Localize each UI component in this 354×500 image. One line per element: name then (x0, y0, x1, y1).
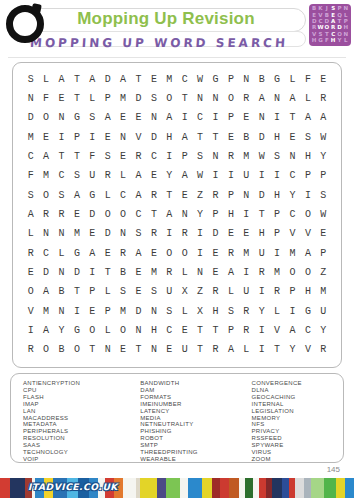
grid-cell: M (115, 89, 130, 108)
grid-cell: A (285, 321, 300, 340)
grid-cell: S (146, 89, 161, 108)
grid-cell: N (146, 109, 161, 128)
grid-cell: T (69, 70, 84, 89)
grid-cell: D (254, 186, 269, 205)
grid-cell: G (69, 109, 84, 128)
grid-cell: R (316, 89, 331, 108)
grid-cell: E (115, 341, 130, 360)
grid-cell: U (85, 167, 100, 186)
grid-cell: W (316, 205, 331, 224)
grid-cell: S (85, 109, 100, 128)
grid-cell: H (223, 205, 238, 224)
grid-cell: M (38, 167, 53, 186)
grid-cell: R (23, 244, 38, 263)
word-list-item: MEDIA (140, 415, 251, 422)
grid-cell: R (316, 341, 331, 360)
grid-cell: I (85, 263, 100, 282)
grid-cell: I (254, 283, 269, 302)
grid-cell: I (23, 321, 38, 340)
grid-cell: R (239, 89, 254, 108)
grid-cell: I (85, 128, 100, 147)
grid-cell: T (69, 147, 84, 166)
grid-cell: O (300, 263, 315, 282)
word-list-item: NFS (252, 421, 343, 428)
word-list-item: CONVERGENCE (252, 380, 343, 387)
word-list-item: ROBOT (140, 435, 251, 442)
grid-cell: E (38, 128, 53, 147)
grid-cell: Y (285, 341, 300, 360)
grid-cell: P (208, 205, 223, 224)
grid-cell: E (115, 147, 130, 166)
grid-cell: T (131, 70, 146, 89)
grid-cell: A (100, 109, 115, 128)
grid-cell: C (285, 167, 300, 186)
grid-cell: A (254, 89, 269, 108)
header-divider (8, 57, 346, 58)
grid-cell: B (239, 128, 254, 147)
grid-cell: U (239, 167, 254, 186)
grid-cell: T (131, 341, 146, 360)
grid-cell: B (115, 263, 130, 282)
grid-cell: C (162, 321, 177, 340)
grid-cell: R (208, 186, 223, 205)
grid-cell: C (54, 167, 69, 186)
grid-cell: M (115, 302, 130, 321)
grid-cell: N (54, 109, 69, 128)
grid-cell: H (300, 283, 315, 302)
grid-cell: Y (316, 321, 331, 340)
grid-cell: R (223, 244, 238, 263)
grid-cell: L (223, 283, 238, 302)
grid-cell: E (239, 109, 254, 128)
grid-cell: L (100, 321, 115, 340)
stripe-segment (295, 478, 304, 498)
wordsearch-grid: SLATADATEMCWGPNBGLFENFETLPMDSOTNNORANALR… (23, 70, 331, 360)
logo-grid-letter: L (343, 38, 349, 44)
grid-cell: R (208, 341, 223, 360)
grid-cell: V (285, 225, 300, 244)
grid-cell: A (85, 70, 100, 89)
word-list-column: ANTIENCRYPTIONCPUFLASHIMAPLANMACADDRESSM… (23, 380, 140, 462)
grid-cell: H (269, 186, 284, 205)
grid-cell: E (85, 225, 100, 244)
grid-cell: R (269, 283, 284, 302)
grid-cell: G (208, 70, 223, 89)
grid-cell: N (285, 147, 300, 166)
grid-cell: S (162, 302, 177, 321)
grid-cell: N (115, 225, 130, 244)
grid-cell: C (177, 70, 192, 89)
grid-cell: R (177, 225, 192, 244)
grid-cell: M (316, 283, 331, 302)
grid-cell: M (162, 70, 177, 89)
grid-cell: P (285, 283, 300, 302)
grid-cell: N (146, 341, 161, 360)
word-list-item: WEARABLE (140, 456, 251, 463)
grid-cell: P (269, 205, 284, 224)
word-list-item: THREEDPRINTING (140, 449, 251, 456)
grid-cell: A (54, 70, 69, 89)
grid-cell: O (285, 263, 300, 282)
grid-cell: T (69, 283, 84, 302)
grid-cell: E (146, 167, 161, 186)
word-list-item: SPYWARE (252, 442, 343, 449)
grid-cell: N (131, 321, 146, 340)
grid-cell: N (146, 302, 161, 321)
stripe-segment (140, 478, 157, 498)
grid-cell: G (300, 302, 315, 321)
grid-cell: O (177, 244, 192, 263)
grid-cell: P (269, 225, 284, 244)
grid-cell: R (54, 205, 69, 224)
grid-cell: M (23, 128, 38, 147)
grid-cell: L (23, 225, 38, 244)
word-list-item: VOIP (23, 456, 140, 463)
grid-cell: P (316, 244, 331, 263)
grid-cell: U (254, 244, 269, 263)
grid-cell: I (54, 128, 69, 147)
grid-cell: N (239, 70, 254, 89)
grid-cell: Z (192, 283, 207, 302)
word-list-item: MEMORY (252, 415, 343, 422)
grid-cell: N (54, 302, 69, 321)
grid-cell: I (254, 341, 269, 360)
grid-cell: S (146, 283, 161, 302)
grid-cell: A (300, 244, 315, 263)
grid-cell: F (23, 167, 38, 186)
worksheet-subtitle: MOPPING UP WORD SEARCH (0, 36, 318, 50)
grid-cell: S (23, 70, 38, 89)
grid-cell: S (115, 283, 130, 302)
grid-cell: A (38, 321, 53, 340)
word-list-item: GEOCACHING (252, 394, 343, 401)
grid-cell: E (162, 341, 177, 360)
grid-cell: C (192, 109, 207, 128)
grid-cell: H (162, 128, 177, 147)
grid-cell: F (300, 70, 315, 89)
grid-cell: S (223, 302, 238, 321)
grid-cell: V (269, 321, 284, 340)
grid-cell: I (177, 109, 192, 128)
grid-cell: C (131, 205, 146, 224)
grid-cell: C (38, 244, 53, 263)
word-list-item: TECHNOLOGY (23, 449, 140, 456)
grid-cell: V (300, 341, 315, 360)
grid-cell: R (254, 263, 269, 282)
grid-cell: I (254, 321, 269, 340)
grid-cell: R (23, 341, 38, 360)
grid-cell: X (177, 283, 192, 302)
word-list-item: NETNEUTRALITY (140, 421, 251, 428)
word-list-item: DLNA (252, 387, 343, 394)
grid-cell: E (131, 263, 146, 282)
grid-cell: E (177, 186, 192, 205)
grid-cell: H (254, 225, 269, 244)
grid-cell: C (285, 205, 300, 224)
grid-cell: L (38, 70, 53, 89)
grid-cell: O (23, 283, 38, 302)
grid-cell: E (146, 70, 161, 89)
grid-cell: R (115, 244, 130, 263)
grid-cell: H (208, 302, 223, 321)
grid-cell: R (223, 147, 238, 166)
grid-cell: G (69, 321, 84, 340)
stripe-segment (123, 478, 136, 498)
ring-notch-icon (31, 3, 42, 14)
grid-cell: N (192, 263, 207, 282)
grid-cell: A (162, 109, 177, 128)
grid-cell: R (131, 147, 146, 166)
grid-cell: L (100, 186, 115, 205)
grid-cell: M (38, 302, 53, 321)
grid-cell: A (38, 283, 53, 302)
grid-cell: P (177, 147, 192, 166)
grid-cell: A (223, 341, 238, 360)
stripe-segment (10, 478, 25, 498)
grid-cell: N (269, 89, 284, 108)
grid-cell: T (54, 147, 69, 166)
grid-cell: V (131, 128, 146, 147)
grid-cell: E (208, 244, 223, 263)
grid-cell: Y (285, 186, 300, 205)
grid-cell: F (85, 147, 100, 166)
grid-cell: E (285, 128, 300, 147)
grid-cell: E (115, 109, 130, 128)
grid-cell: E (177, 321, 192, 340)
page-title: Mopping Up Revision (28, 9, 304, 29)
grid-cell: I (223, 167, 238, 186)
grid-cell: N (239, 186, 254, 205)
grid-cell: B (54, 341, 69, 360)
grid-cell: A (131, 186, 146, 205)
grid-cell: E (85, 302, 100, 321)
grid-cell: L (177, 263, 192, 282)
grid-cell: O (115, 321, 130, 340)
grid-cell: S (100, 147, 115, 166)
grid-cell: X (192, 302, 207, 321)
grid-cell: L (285, 70, 300, 89)
word-list-item: SAAS (23, 442, 140, 449)
grid-cell: N (254, 109, 269, 128)
stripe-segment (272, 478, 282, 498)
grid-cell: A (115, 70, 130, 89)
page-number: 145 (327, 465, 340, 474)
grid-cell: C (23, 147, 38, 166)
grid-cell: M (269, 263, 284, 282)
grid-cell: P (316, 167, 331, 186)
word-list-item: ZOOM (252, 456, 343, 463)
grid-cell: E (239, 225, 254, 244)
stripe-segment (166, 478, 180, 498)
stripe-segment (245, 478, 253, 498)
grid-cell: R (146, 186, 161, 205)
grid-cell: O (300, 205, 315, 224)
grid-cell: D (208, 225, 223, 244)
grid-cell: M (69, 225, 84, 244)
grid-cell: L (85, 89, 100, 108)
grid-cell: I (208, 167, 223, 186)
grid-cell: E (223, 128, 238, 147)
grid-cell: N (100, 341, 115, 360)
grid-cell: E (69, 205, 84, 224)
grid-cell: L (54, 244, 69, 263)
grid-cell: D (131, 89, 146, 108)
word-list-item: CPU (23, 387, 140, 394)
stripe-segment (157, 478, 166, 498)
stripe-segment (180, 478, 188, 498)
word-list-column: CONVERGENCEDLNAGEOCACHINGINTERNALLEGISLA… (252, 380, 343, 462)
stripe-segment (282, 478, 289, 498)
grid-cell: Z (192, 186, 207, 205)
word-list-item: BANDWIDTH (140, 380, 251, 387)
grid-cell: D (100, 70, 115, 89)
word-list-item: FORMATS (140, 394, 251, 401)
grid-cell: C (115, 186, 130, 205)
grid-cell: E (23, 263, 38, 282)
word-list-item: IMAP (23, 401, 140, 408)
grid-cell: T (162, 186, 177, 205)
grid-cell: I (269, 167, 284, 186)
grid-cell: S (269, 147, 284, 166)
grid-cell: T (85, 341, 100, 360)
grid-cell: E (208, 263, 223, 282)
grid-cell: H (146, 321, 161, 340)
grid-cell: S (54, 186, 69, 205)
stripe-segment (220, 478, 229, 498)
grid-cell: A (177, 128, 192, 147)
grid-cell: O (85, 321, 100, 340)
grid-cell: S (316, 186, 331, 205)
stripe-segment (304, 478, 311, 498)
grid-cell: A (300, 109, 315, 128)
grid-cell: E (54, 89, 69, 108)
stripe-segment (311, 478, 324, 498)
grid-cell: G (85, 186, 100, 205)
grid-cell: S (192, 147, 207, 166)
word-search-logo-icon: BKJSPNEVBEQLDCDATPRWORDHVSTCONHGFHYL (309, 4, 351, 46)
word-list-item: METADATA (23, 421, 140, 428)
grid-cell: I (269, 109, 284, 128)
grid-cell: D (38, 263, 53, 282)
grid-cell: I (239, 263, 254, 282)
grid-cell: N (23, 89, 38, 108)
grid-cell: S (69, 167, 84, 186)
grid-cell: E (100, 128, 115, 147)
stripe-segment (188, 478, 202, 498)
word-list-item: RESOLUTION (23, 435, 140, 442)
grid-cell: T (192, 321, 207, 340)
grid-cell: N (208, 89, 223, 108)
grid-cell: P (69, 128, 84, 147)
grid-cell: N (115, 128, 130, 147)
grid-cell: U (239, 283, 254, 302)
grid-cell: G (69, 244, 84, 263)
grid-cell: M (146, 263, 161, 282)
grid-cell: S (131, 225, 146, 244)
grid-cell: G (269, 70, 284, 89)
grid-cell: A (131, 167, 146, 186)
grid-cell: I (208, 109, 223, 128)
stripe-segment (345, 478, 354, 498)
word-list-item: LEGISLATION (252, 408, 343, 415)
word-list-item: LATENCY (140, 408, 251, 415)
grid-cell: R (162, 263, 177, 282)
grid-cell: L (300, 89, 315, 108)
grid-cell: E (316, 70, 331, 89)
word-list-panel: ANTIENCRYPTIONCPUFLASHIMAPLANMACADDRESSM… (10, 373, 344, 463)
grid-cell: I (285, 302, 300, 321)
word-list-item: DAM (140, 387, 251, 394)
grid-cell: Y (162, 167, 177, 186)
grid-cell: L (115, 167, 130, 186)
grid-cell: R (239, 302, 254, 321)
grid-cell: P (100, 89, 115, 108)
grid-cell: T (192, 341, 207, 360)
word-list-item: MACADDRESS (23, 415, 140, 422)
word-list-item: PHISHING (140, 428, 251, 435)
word-list-item: RSSFEED (252, 435, 343, 442)
grid-cell: E (223, 225, 238, 244)
word-list-item: PRIVACY (252, 428, 343, 435)
grid-cell: T (146, 205, 161, 224)
grid-cell: T (192, 128, 207, 147)
grid-cell: W (316, 128, 331, 147)
grid-cell: A (85, 244, 100, 263)
grid-cell: T (208, 128, 223, 147)
word-list-item: LAN (23, 408, 140, 415)
grid-cell: T (100, 263, 115, 282)
grid-cell: N (54, 225, 69, 244)
stripe-segment (336, 478, 345, 498)
grid-cell: T (285, 109, 300, 128)
wordsearch-panel: SLATADATEMCWGPNBGLFENFETLPMDSOTNNORANALR… (12, 62, 342, 368)
grid-cell: E (131, 283, 146, 302)
footer-logo: ITADVICE.CO.UK (28, 482, 118, 492)
stripe-segment (202, 478, 212, 498)
grid-cell: T (254, 205, 269, 224)
grid-cell: M (285, 244, 300, 263)
grid-cell: W (254, 147, 269, 166)
grid-cell: I (69, 302, 84, 321)
stripe-segment (212, 478, 220, 498)
word-list-column: BANDWIDTHDAMFORMATSIMEINUMBERLATENCYMEDI… (140, 380, 251, 462)
grid-cell: P (223, 109, 238, 128)
grid-cell: E (146, 244, 161, 263)
grid-cell: R (239, 321, 254, 340)
grid-cell: O (115, 205, 130, 224)
grid-cell: U (162, 283, 177, 302)
word-list-item: SMTP (140, 442, 251, 449)
grid-cell: L (239, 341, 254, 360)
grid-cell: D (254, 128, 269, 147)
grid-cell: O (162, 244, 177, 263)
word-list-item: IMEINUMBER (140, 401, 251, 408)
grid-cell: O (38, 341, 53, 360)
grid-cell: M (239, 244, 254, 263)
grid-cell: H (300, 147, 315, 166)
grid-cell: T (177, 89, 192, 108)
stripe-segment (0, 478, 10, 498)
grid-cell: W (192, 70, 207, 89)
grid-cell: R (146, 225, 161, 244)
grid-cell: I (162, 225, 177, 244)
grid-cell: O (38, 186, 53, 205)
grid-cell: A (177, 167, 192, 186)
grid-cell: C (300, 321, 315, 340)
grid-cell: L (100, 283, 115, 302)
grid-cell: O (69, 341, 84, 360)
grid-cell: M (239, 147, 254, 166)
